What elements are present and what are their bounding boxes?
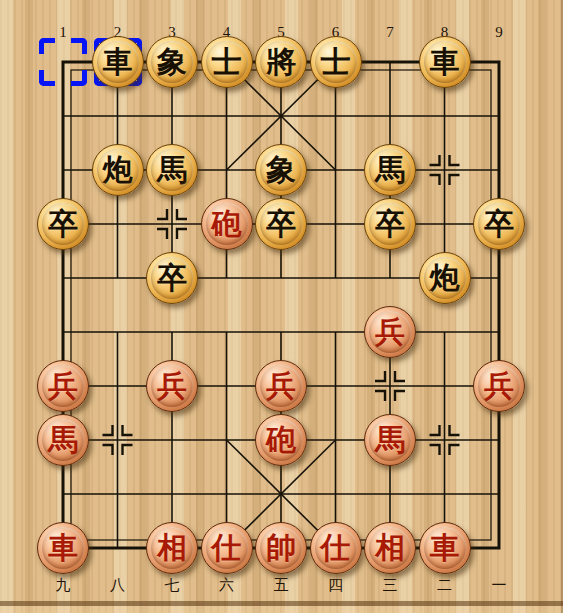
piece-black-soldier[interactable]: 卒 [146, 252, 198, 304]
piece-glyph: 兵 [266, 371, 296, 401]
piece-glyph: 士 [212, 47, 242, 77]
point-3-3[interactable]: 馬 [145, 143, 200, 197]
point-9-6[interactable] [472, 305, 527, 359]
piece-glyph: 車 [430, 47, 460, 77]
point-5-4[interactable]: 卒 [254, 197, 309, 251]
point-2-1[interactable]: 車 [90, 35, 145, 89]
piece-red-cannon[interactable]: 砲 [201, 198, 253, 250]
point-1-8[interactable]: 馬 [36, 413, 91, 467]
point-1-6[interactable] [36, 305, 91, 359]
piece-glyph: 兵 [484, 371, 514, 401]
piece-glyph: 將 [266, 47, 296, 77]
piece-glyph: 車 [103, 47, 133, 77]
point-3-5[interactable]: 卒 [145, 251, 200, 305]
point-9-1[interactable] [472, 35, 527, 89]
point-8-1[interactable]: 車 [417, 35, 472, 89]
file-label-bottom-2: 八 [90, 576, 145, 594]
board-grid: 車象士將士車炮馬象馬卒砲卒卒卒卒炮兵兵兵兵兵馬砲馬車相仕帥仕相車 [36, 35, 527, 575]
point-2-6[interactable] [90, 305, 145, 359]
point-6-2[interactable] [308, 89, 363, 143]
point-6-6[interactable] [308, 305, 363, 359]
point-1-1[interactable] [36, 35, 91, 89]
piece-red-soldier[interactable]: 兵 [473, 360, 525, 412]
point-3-2[interactable] [145, 89, 200, 143]
piece-black-soldier[interactable]: 卒 [364, 198, 416, 250]
piece-glyph: 砲 [212, 209, 242, 239]
point-5-7[interactable]: 兵 [254, 359, 309, 413]
piece-red-elephant[interactable]: 相 [364, 522, 416, 574]
file-label-bottom-4: 六 [199, 576, 254, 594]
point-2-4[interactable] [90, 197, 145, 251]
point-8-5[interactable]: 炮 [417, 251, 472, 305]
point-5-2[interactable] [254, 89, 309, 143]
point-6-3[interactable] [308, 143, 363, 197]
piece-red-horse[interactable]: 馬 [37, 414, 89, 466]
piece-glyph: 卒 [48, 209, 78, 239]
xiangqi-board: 123456789 九八七六五四三二一 車象士將士車炮馬象馬卒砲卒卒卒卒炮兵兵兵… [0, 0, 563, 613]
point-3-10[interactable]: 相 [145, 521, 200, 575]
point-9-4[interactable]: 卒 [472, 197, 527, 251]
piece-black-elephant[interactable]: 象 [146, 36, 198, 88]
point-4-1[interactable]: 士 [199, 35, 254, 89]
piece-glyph: 仕 [321, 533, 351, 563]
piece-glyph: 兵 [375, 317, 405, 347]
piece-glyph: 帥 [266, 533, 296, 563]
point-8-10[interactable]: 車 [417, 521, 472, 575]
piece-red-soldier[interactable]: 兵 [364, 306, 416, 358]
piece-glyph: 炮 [430, 263, 460, 293]
point-8-9[interactable] [417, 467, 472, 521]
point-5-5[interactable] [254, 251, 309, 305]
piece-red-elephant[interactable]: 相 [146, 522, 198, 574]
point-9-9[interactable] [472, 467, 527, 521]
point-8-6[interactable] [417, 305, 472, 359]
point-3-1[interactable]: 象 [145, 35, 200, 89]
piece-glyph: 兵 [157, 371, 187, 401]
piece-glyph: 車 [430, 533, 460, 563]
point-1-3[interactable] [36, 143, 91, 197]
point-7-8[interactable]: 馬 [363, 413, 418, 467]
point-4-10[interactable]: 仕 [199, 521, 254, 575]
piece-glyph: 馬 [157, 155, 187, 185]
last-move-from-marker-br [71, 70, 87, 86]
file-labels-bottom: 九八七六五四三二一 [36, 576, 527, 594]
piece-glyph: 車 [48, 533, 78, 563]
point-1-4[interactable]: 卒 [36, 197, 91, 251]
point-9-10[interactable] [472, 521, 527, 575]
file-label-bottom-3: 七 [145, 576, 200, 594]
piece-black-horse[interactable]: 馬 [146, 144, 198, 196]
point-5-3[interactable]: 象 [254, 143, 309, 197]
point-6-10[interactable]: 仕 [308, 521, 363, 575]
last-move-from-marker [39, 38, 87, 86]
last-move-from-marker-bl [39, 70, 55, 86]
piece-red-advisor[interactable]: 仕 [201, 522, 253, 574]
point-1-7[interactable]: 兵 [36, 359, 91, 413]
point-8-7[interactable] [417, 359, 472, 413]
piece-black-cannon[interactable]: 炮 [92, 144, 144, 196]
point-8-4[interactable] [417, 197, 472, 251]
board-bottom-bevel-highlight [0, 606, 563, 613]
piece-red-soldier[interactable]: 兵 [255, 360, 307, 412]
point-6-7[interactable] [308, 359, 363, 413]
file-label-bottom-1: 九 [36, 576, 91, 594]
point-6-9[interactable] [308, 467, 363, 521]
piece-glyph: 卒 [266, 209, 296, 239]
point-2-7[interactable] [90, 359, 145, 413]
point-4-7[interactable] [199, 359, 254, 413]
point-9-5[interactable] [472, 251, 527, 305]
point-6-4[interactable] [308, 197, 363, 251]
piece-black-soldier[interactable]: 卒 [37, 198, 89, 250]
point-1-9[interactable] [36, 467, 91, 521]
point-3-7[interactable]: 兵 [145, 359, 200, 413]
point-2-2[interactable] [90, 89, 145, 143]
point-4-8[interactable] [199, 413, 254, 467]
piece-glyph: 象 [266, 155, 296, 185]
file-label-bottom-7: 三 [363, 576, 418, 594]
point-3-6[interactable] [145, 305, 200, 359]
piece-black-elephant[interactable]: 象 [255, 144, 307, 196]
point-4-5[interactable] [199, 251, 254, 305]
point-2-10[interactable] [90, 521, 145, 575]
piece-red-chariot[interactable]: 車 [419, 522, 471, 574]
piece-black-soldier[interactable]: 卒 [473, 198, 525, 250]
piece-black-horse[interactable]: 馬 [364, 144, 416, 196]
point-5-9[interactable] [254, 467, 309, 521]
point-2-8[interactable] [90, 413, 145, 467]
piece-red-soldier[interactable]: 兵 [37, 360, 89, 412]
file-label-bottom-9: 一 [472, 576, 527, 594]
point-8-3[interactable] [417, 143, 472, 197]
point-2-3[interactable]: 炮 [90, 143, 145, 197]
point-7-10[interactable]: 相 [363, 521, 418, 575]
point-9-7[interactable]: 兵 [472, 359, 527, 413]
piece-red-advisor[interactable]: 仕 [310, 522, 362, 574]
file-label-bottom-8: 二 [417, 576, 472, 594]
point-8-8[interactable] [417, 413, 472, 467]
point-4-6[interactable] [199, 305, 254, 359]
point-7-1[interactable] [363, 35, 418, 89]
point-1-10[interactable]: 車 [36, 521, 91, 575]
point-2-5[interactable] [90, 251, 145, 305]
piece-black-chariot[interactable]: 車 [419, 36, 471, 88]
piece-red-soldier[interactable]: 兵 [146, 360, 198, 412]
piece-glyph: 卒 [375, 209, 405, 239]
piece-glyph: 卒 [157, 263, 187, 293]
file-label-bottom-5: 五 [254, 576, 309, 594]
point-6-8[interactable] [308, 413, 363, 467]
point-9-2[interactable] [472, 89, 527, 143]
piece-glyph: 相 [157, 533, 187, 563]
piece-black-general[interactable]: 將 [255, 36, 307, 88]
piece-glyph: 仕 [212, 533, 242, 563]
piece-black-advisor[interactable]: 士 [201, 36, 253, 88]
file-label-bottom-6: 四 [308, 576, 363, 594]
piece-glyph: 炮 [103, 155, 133, 185]
point-2-9[interactable] [90, 467, 145, 521]
point-4-3[interactable] [199, 143, 254, 197]
point-4-4[interactable]: 砲 [199, 197, 254, 251]
point-7-4[interactable]: 卒 [363, 197, 418, 251]
point-3-4[interactable] [145, 197, 200, 251]
piece-glyph: 相 [375, 533, 405, 563]
piece-glyph: 馬 [375, 425, 405, 455]
point-8-2[interactable] [417, 89, 472, 143]
point-9-3[interactable] [472, 143, 527, 197]
piece-black-chariot[interactable]: 車 [92, 36, 144, 88]
piece-black-soldier[interactable]: 卒 [255, 198, 307, 250]
point-7-3[interactable]: 馬 [363, 143, 418, 197]
point-4-9[interactable] [199, 467, 254, 521]
point-7-2[interactable] [363, 89, 418, 143]
point-4-2[interactable] [199, 89, 254, 143]
point-5-1[interactable]: 將 [254, 35, 309, 89]
piece-glyph: 砲 [266, 425, 296, 455]
last-move-from-marker-tl [39, 38, 55, 54]
point-5-6[interactable] [254, 305, 309, 359]
piece-glyph: 卒 [484, 209, 514, 239]
piece-red-horse[interactable]: 馬 [364, 414, 416, 466]
point-7-9[interactable] [363, 467, 418, 521]
point-6-5[interactable] [308, 251, 363, 305]
point-6-1[interactable]: 士 [308, 35, 363, 89]
point-5-8[interactable]: 砲 [254, 413, 309, 467]
piece-glyph: 馬 [48, 425, 78, 455]
piece-black-cannon[interactable]: 炮 [419, 252, 471, 304]
piece-glyph: 馬 [375, 155, 405, 185]
piece-red-general[interactable]: 帥 [255, 522, 307, 574]
point-7-7[interactable] [363, 359, 418, 413]
piece-red-chariot[interactable]: 車 [37, 522, 89, 574]
point-7-6[interactable]: 兵 [363, 305, 418, 359]
point-3-9[interactable] [145, 467, 200, 521]
last-move-from-marker-tr [71, 38, 87, 54]
point-9-8[interactable] [472, 413, 527, 467]
point-5-10[interactable]: 帥 [254, 521, 309, 575]
piece-glyph: 象 [157, 47, 187, 77]
point-7-5[interactable] [363, 251, 418, 305]
piece-red-cannon[interactable]: 砲 [255, 414, 307, 466]
point-1-5[interactable] [36, 251, 91, 305]
piece-glyph: 士 [321, 47, 351, 77]
point-3-8[interactable] [145, 413, 200, 467]
piece-black-advisor[interactable]: 士 [310, 36, 362, 88]
point-1-2[interactable] [36, 89, 91, 143]
piece-glyph: 兵 [48, 371, 78, 401]
